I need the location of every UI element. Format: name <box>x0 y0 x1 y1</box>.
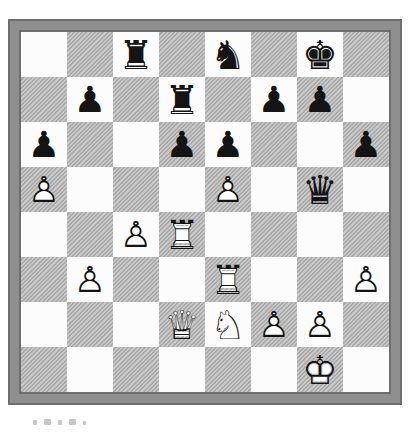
artifact-mark <box>44 419 51 425</box>
white-king: ♚♔ <box>297 347 343 392</box>
square-d5[interactable] <box>159 167 205 212</box>
piece-fill-layer: ♚ <box>297 347 343 392</box>
square-h3[interactable]: ♟♙ <box>343 257 389 302</box>
black-pawn: ♟ <box>21 122 67 167</box>
cropped-caption-artifact <box>33 417 103 425</box>
white-pawn: ♟♙ <box>67 257 113 302</box>
square-f8[interactable] <box>251 32 297 77</box>
piece-outline-layer: ♙ <box>21 167 67 212</box>
square-b5[interactable] <box>67 167 113 212</box>
artifact-mark <box>33 420 37 425</box>
square-f2[interactable]: ♟♙ <box>251 302 297 347</box>
piece-fill-layer: ♜ <box>159 212 205 257</box>
piece-outline-layer: ♙ <box>113 212 159 257</box>
piece-outline-layer: ♙ <box>297 302 343 347</box>
square-c7[interactable] <box>113 77 159 122</box>
square-d6[interactable]: ♟ <box>159 122 205 167</box>
chess-board: ♜♞♚♟♜♟♟♟♟♟♟♟♙♟♙♛♟♙♜♖♟♙♜♖♟♙♛♕♞♘♟♙♟♙♚♔ <box>19 30 391 394</box>
square-d3[interactable] <box>159 257 205 302</box>
square-a4[interactable] <box>21 212 67 257</box>
square-a6[interactable]: ♟ <box>21 122 67 167</box>
square-h4[interactable] <box>343 212 389 257</box>
square-g1[interactable]: ♚♔ <box>297 347 343 392</box>
square-b3[interactable]: ♟♙ <box>67 257 113 302</box>
square-c1[interactable] <box>113 347 159 392</box>
board-frame: ♜♞♚♟♜♟♟♟♟♟♟♟♙♟♙♛♟♙♜♖♟♙♜♖♟♙♛♕♞♘♟♙♟♙♚♔ <box>10 21 400 403</box>
square-g2[interactable]: ♟♙ <box>297 302 343 347</box>
black-knight: ♞ <box>205 32 251 77</box>
square-b7[interactable]: ♟ <box>67 77 113 122</box>
square-f4[interactable] <box>251 212 297 257</box>
piece-outline-layer: ♖ <box>159 212 205 257</box>
square-a1[interactable] <box>21 347 67 392</box>
piece-outline-layer: ♙ <box>343 257 389 302</box>
square-a8[interactable] <box>21 32 67 77</box>
square-g8[interactable]: ♚ <box>297 32 343 77</box>
square-e8[interactable]: ♞ <box>205 32 251 77</box>
piece-outline-layer: ♘ <box>205 302 251 347</box>
square-f1[interactable] <box>251 347 297 392</box>
white-pawn: ♟♙ <box>21 167 67 212</box>
square-e1[interactable] <box>205 347 251 392</box>
square-g6[interactable] <box>297 122 343 167</box>
square-b6[interactable] <box>67 122 113 167</box>
square-a5[interactable]: ♟♙ <box>21 167 67 212</box>
square-f3[interactable] <box>251 257 297 302</box>
piece-outline-layer: ♙ <box>251 302 297 347</box>
square-e6[interactable]: ♟ <box>205 122 251 167</box>
square-a2[interactable] <box>21 302 67 347</box>
square-f7[interactable]: ♟ <box>251 77 297 122</box>
square-h7[interactable] <box>343 77 389 122</box>
square-e3[interactable]: ♜♖ <box>205 257 251 302</box>
artifact-mark <box>69 419 76 425</box>
black-pawn: ♟ <box>67 77 113 122</box>
piece-fill-layer: ♞ <box>205 302 251 347</box>
square-h8[interactable] <box>343 32 389 77</box>
square-g7[interactable]: ♟ <box>297 77 343 122</box>
square-d2[interactable]: ♛♕ <box>159 302 205 347</box>
black-queen: ♛ <box>297 167 343 212</box>
black-pawn: ♟ <box>251 77 297 122</box>
piece-outline-layer: ♔ <box>297 347 343 392</box>
square-a3[interactable] <box>21 257 67 302</box>
piece-fill-layer: ♛ <box>159 302 205 347</box>
white-pawn: ♟♙ <box>343 257 389 302</box>
black-pawn: ♟ <box>205 122 251 167</box>
square-e7[interactable] <box>205 77 251 122</box>
square-c6[interactable] <box>113 122 159 167</box>
square-a7[interactable] <box>21 77 67 122</box>
white-pawn: ♟♙ <box>205 167 251 212</box>
piece-fill-layer: ♜ <box>205 257 251 302</box>
piece-fill-layer: ♟ <box>21 167 67 212</box>
white-rook: ♜♖ <box>159 212 205 257</box>
square-c2[interactable] <box>113 302 159 347</box>
piece-outline-layer: ♖ <box>205 257 251 302</box>
white-pawn: ♟♙ <box>113 212 159 257</box>
square-d7[interactable]: ♜ <box>159 77 205 122</box>
square-g4[interactable] <box>297 212 343 257</box>
square-b4[interactable] <box>67 212 113 257</box>
black-rook: ♜ <box>113 32 159 77</box>
square-e5[interactable]: ♟♙ <box>205 167 251 212</box>
white-pawn: ♟♙ <box>251 302 297 347</box>
black-pawn: ♟ <box>343 122 389 167</box>
square-c8[interactable]: ♜ <box>113 32 159 77</box>
square-d8[interactable] <box>159 32 205 77</box>
square-g5[interactable]: ♛ <box>297 167 343 212</box>
piece-fill-layer: ♟ <box>67 257 113 302</box>
square-e2[interactable]: ♞♘ <box>205 302 251 347</box>
black-pawn: ♟ <box>297 77 343 122</box>
piece-outline-layer: ♙ <box>67 257 113 302</box>
square-b2[interactable] <box>67 302 113 347</box>
square-c4[interactable]: ♟♙ <box>113 212 159 257</box>
square-c3[interactable] <box>113 257 159 302</box>
artifact-mark <box>83 421 86 425</box>
black-king: ♚ <box>297 32 343 77</box>
square-d4[interactable]: ♜♖ <box>159 212 205 257</box>
artifact-mark <box>58 420 62 425</box>
piece-outline-layer: ♕ <box>159 302 205 347</box>
square-f6[interactable] <box>251 122 297 167</box>
piece-fill-layer: ♟ <box>251 302 297 347</box>
white-knight: ♞♘ <box>205 302 251 347</box>
piece-outline-layer: ♙ <box>205 167 251 212</box>
square-b8[interactable] <box>67 32 113 77</box>
square-h5[interactable] <box>343 167 389 212</box>
square-h1[interactable] <box>343 347 389 392</box>
square-d1[interactable] <box>159 347 205 392</box>
white-pawn: ♟♙ <box>297 302 343 347</box>
black-pawn: ♟ <box>159 122 205 167</box>
white-rook: ♜♖ <box>205 257 251 302</box>
square-g3[interactable] <box>297 257 343 302</box>
square-c5[interactable] <box>113 167 159 212</box>
piece-fill-layer: ♟ <box>297 302 343 347</box>
black-rook: ♜ <box>159 77 205 122</box>
square-h2[interactable] <box>343 302 389 347</box>
white-queen: ♛♕ <box>159 302 205 347</box>
square-e4[interactable] <box>205 212 251 257</box>
piece-fill-layer: ♟ <box>343 257 389 302</box>
piece-fill-layer: ♟ <box>205 167 251 212</box>
page: ♜♞♚♟♜♟♟♟♟♟♟♟♙♟♙♛♟♙♜♖♟♙♜♖♟♙♛♕♞♘♟♙♟♙♚♔ <box>0 0 414 432</box>
square-b1[interactable] <box>67 347 113 392</box>
square-f5[interactable] <box>251 167 297 212</box>
square-h6[interactable]: ♟ <box>343 122 389 167</box>
piece-fill-layer: ♟ <box>113 212 159 257</box>
